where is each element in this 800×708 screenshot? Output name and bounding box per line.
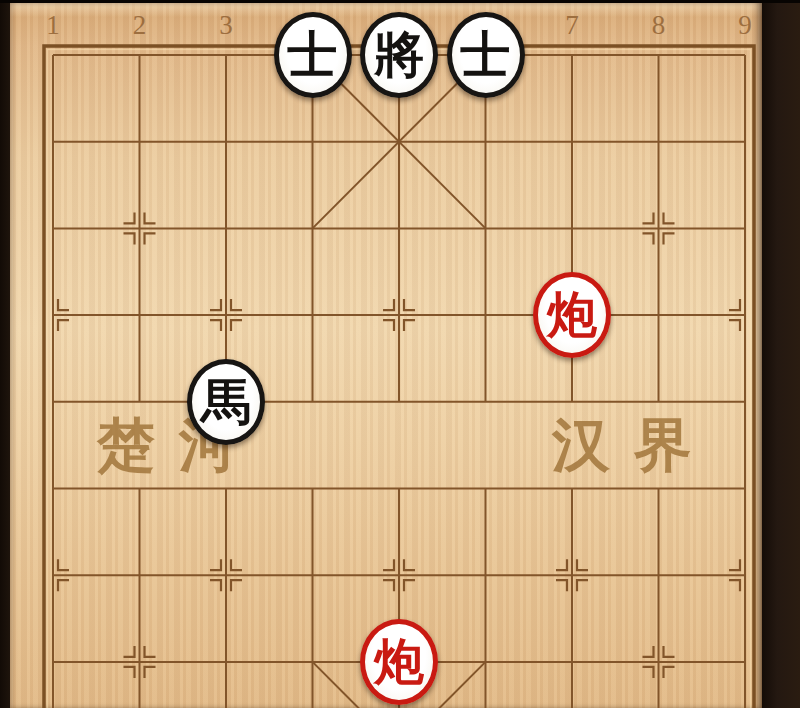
xiangqi-board[interactable]: 123456789 楚河 汉界 士將士炮馬炮 bbox=[10, 3, 762, 708]
piece-black-advisor-left[interactable]: 士 bbox=[274, 12, 352, 98]
piece-black-horse[interactable]: 馬 bbox=[187, 359, 265, 445]
piece-glyph: 馬 bbox=[201, 377, 251, 427]
xiangqi-app: 123456789 楚河 汉界 士將士炮馬炮 bbox=[0, 0, 800, 708]
piece-glyph: 將 bbox=[374, 30, 424, 80]
column-label-1: 1 bbox=[46, 10, 60, 41]
background-right-edge bbox=[762, 0, 800, 708]
piece-glyph: 炮 bbox=[374, 637, 424, 687]
piece-black-advisor-right[interactable]: 士 bbox=[447, 12, 525, 98]
column-label-7: 7 bbox=[565, 10, 579, 41]
column-label-3: 3 bbox=[219, 10, 233, 41]
piece-glyph: 炮 bbox=[547, 290, 597, 340]
river-label-han-jie: 汉界 bbox=[540, 407, 716, 485]
column-label-8: 8 bbox=[652, 10, 666, 41]
column-label-9: 9 bbox=[738, 10, 752, 41]
piece-red-cannon-2[interactable]: 炮 bbox=[360, 619, 438, 705]
piece-red-cannon-1[interactable]: 炮 bbox=[533, 272, 611, 358]
piece-black-general[interactable]: 將 bbox=[360, 12, 438, 98]
piece-glyph: 士 bbox=[288, 30, 338, 80]
board-grid bbox=[10, 3, 762, 708]
background-left-edge bbox=[0, 0, 10, 708]
piece-glyph: 士 bbox=[461, 30, 511, 80]
column-label-2: 2 bbox=[133, 10, 147, 41]
